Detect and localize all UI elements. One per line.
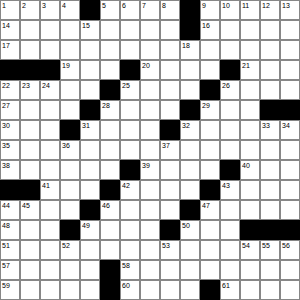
clue-number: 51 (2, 241, 10, 250)
grid-cell[interactable] (160, 180, 180, 200)
grid-cell[interactable]: 6 (120, 0, 140, 20)
grid-cell[interactable] (280, 20, 300, 40)
grid-cell[interactable]: 33 (260, 120, 280, 140)
clue-number: 1 (2, 1, 6, 10)
black-cell (80, 100, 100, 120)
grid-cell[interactable] (20, 40, 40, 60)
clue-number: 22 (2, 81, 10, 90)
clue-number: 34 (282, 121, 290, 130)
grid-cell[interactable]: 31 (80, 120, 100, 140)
black-cell (220, 160, 240, 180)
grid-cell[interactable]: 39 (140, 160, 160, 180)
grid-cell[interactable] (240, 120, 260, 140)
grid-cell[interactable] (20, 140, 40, 160)
clue-number: 43 (222, 181, 230, 190)
grid-cell[interactable] (60, 80, 80, 100)
grid-cell[interactable] (280, 260, 300, 280)
clue-number: 8 (162, 1, 166, 10)
grid-cell[interactable] (260, 280, 280, 300)
clue-number: 20 (142, 61, 150, 70)
grid-cell[interactable] (280, 180, 300, 200)
grid-cell[interactable] (40, 200, 60, 220)
clue-number: 24 (42, 81, 50, 90)
grid-cell[interactable] (40, 260, 60, 280)
grid-cell[interactable]: 21 (240, 60, 260, 80)
grid-cell[interactable] (220, 140, 240, 160)
grid-cell[interactable] (220, 120, 240, 140)
grid-cell[interactable] (120, 140, 140, 160)
grid-cell[interactable] (40, 240, 60, 260)
clue-number: 16 (202, 21, 210, 30)
clue-number: 36 (62, 141, 70, 150)
grid-cell[interactable]: 7 (140, 0, 160, 20)
grid-cell[interactable] (120, 20, 140, 40)
grid-cell[interactable] (40, 40, 60, 60)
black-cell (220, 60, 240, 80)
grid-cell[interactable] (280, 140, 300, 160)
grid-cell[interactable] (20, 260, 40, 280)
grid-cell[interactable] (180, 180, 200, 200)
grid-cell[interactable] (240, 180, 260, 200)
grid-cell[interactable] (20, 240, 40, 260)
grid-cell[interactable]: 8 (160, 0, 180, 20)
clue-number: 2 (22, 1, 26, 10)
grid-cell[interactable] (120, 120, 140, 140)
grid-cell[interactable] (180, 240, 200, 260)
clue-number: 11 (242, 1, 249, 10)
grid-cell[interactable]: 41 (40, 180, 60, 200)
grid-cell[interactable]: 56 (280, 240, 300, 260)
grid-cell[interactable] (80, 180, 100, 200)
grid-cell[interactable]: 11 (240, 0, 260, 20)
black-cell (280, 220, 300, 240)
grid-cell[interactable]: 9 (200, 0, 220, 20)
grid-cell[interactable] (20, 280, 40, 300)
grid-cell[interactable]: 14 (0, 20, 20, 40)
grid-cell[interactable] (80, 240, 100, 260)
grid-cell[interactable] (200, 120, 220, 140)
black-cell (200, 180, 220, 200)
clue-number: 40 (242, 161, 250, 170)
grid-cell[interactable] (40, 20, 60, 40)
clue-number: 26 (222, 81, 230, 90)
clue-number: 50 (182, 221, 190, 230)
grid-cell[interactable] (220, 100, 240, 120)
black-cell (100, 80, 120, 100)
clue-number: 54 (242, 241, 250, 250)
grid-cell[interactable] (100, 240, 120, 260)
clue-number: 19 (62, 61, 70, 70)
clue-number: 42 (122, 181, 130, 190)
clue-number: 30 (2, 121, 10, 130)
grid-cell[interactable]: 48 (0, 220, 20, 240)
clue-number: 38 (2, 161, 10, 170)
grid-cell[interactable] (280, 280, 300, 300)
black-cell (60, 220, 80, 240)
grid-cell[interactable] (20, 160, 40, 180)
grid-cell[interactable]: 29 (200, 100, 220, 120)
grid-cell[interactable]: 15 (80, 20, 100, 40)
grid-cell[interactable] (220, 20, 240, 40)
grid-cell[interactable] (240, 140, 260, 160)
grid-cell[interactable] (180, 60, 200, 80)
grid-cell[interactable] (260, 200, 280, 220)
clue-number: 5 (102, 1, 106, 10)
grid-cell[interactable] (220, 260, 240, 280)
grid-cell[interactable]: 47 (200, 200, 220, 220)
grid-cell[interactable] (200, 40, 220, 60)
grid-cell[interactable] (120, 220, 140, 240)
grid-cell[interactable] (160, 60, 180, 80)
clue-number: 55 (262, 241, 270, 250)
black-cell (200, 280, 220, 300)
grid-cell[interactable] (200, 220, 220, 240)
grid-cell[interactable] (160, 40, 180, 60)
grid-cell[interactable] (100, 220, 120, 240)
black-cell (160, 120, 180, 140)
black-cell (0, 180, 20, 200)
clue-number: 33 (262, 121, 270, 130)
grid-cell[interactable]: 26 (220, 80, 240, 100)
grid-cell[interactable]: 5 (100, 0, 120, 20)
grid-cell[interactable]: 40 (240, 160, 260, 180)
clue-number: 10 (222, 1, 230, 10)
black-cell (260, 100, 280, 120)
grid-cell[interactable] (140, 280, 160, 300)
grid-cell[interactable] (160, 260, 180, 280)
grid-cell[interactable] (240, 200, 260, 220)
grid-cell[interactable] (80, 60, 100, 80)
grid-cell[interactable] (140, 180, 160, 200)
clue-number: 32 (182, 121, 190, 130)
grid-cell[interactable]: 35 (0, 140, 20, 160)
clue-number: 61 (222, 281, 230, 290)
grid-cell[interactable]: 13 (280, 0, 300, 20)
grid-cell[interactable] (220, 220, 240, 240)
grid-cell[interactable] (80, 140, 100, 160)
clue-number: 4 (62, 1, 66, 10)
grid-cell[interactable] (200, 60, 220, 80)
grid-cell[interactable] (240, 40, 260, 60)
grid-cell[interactable] (40, 100, 60, 120)
grid-cell[interactable] (40, 120, 60, 140)
grid-cell[interactable]: 24 (40, 80, 60, 100)
grid-cell[interactable]: 22 (0, 80, 20, 100)
grid-cell[interactable]: 52 (60, 240, 80, 260)
clue-number: 41 (42, 181, 50, 190)
crossword-grid: 1234567891011121314151617181920212223242… (0, 0, 300, 300)
black-cell (120, 160, 140, 180)
black-cell (180, 200, 200, 220)
grid-cell[interactable] (120, 240, 140, 260)
grid-cell[interactable] (100, 120, 120, 140)
grid-cell[interactable]: 4 (60, 0, 80, 20)
grid-cell[interactable] (100, 60, 120, 80)
grid-cell[interactable]: 16 (200, 20, 220, 40)
grid-cell[interactable] (260, 20, 280, 40)
grid-cell[interactable] (160, 80, 180, 100)
clue-number: 44 (2, 201, 10, 210)
grid-cell[interactable]: 25 (120, 80, 140, 100)
grid-cell[interactable]: 3 (40, 0, 60, 20)
clue-number: 56 (282, 241, 290, 250)
black-cell (120, 60, 140, 80)
clue-number: 45 (22, 201, 30, 210)
grid-cell[interactable]: 2 (20, 0, 40, 20)
clue-number: 23 (22, 81, 30, 90)
clue-number: 49 (82, 221, 90, 230)
grid-cell[interactable] (160, 20, 180, 40)
grid-cell[interactable] (200, 160, 220, 180)
grid-cell[interactable] (20, 20, 40, 40)
grid-cell[interactable] (220, 200, 240, 220)
grid-cell[interactable] (240, 100, 260, 120)
grid-cell[interactable]: 1 (0, 0, 20, 20)
grid-cell[interactable]: 37 (160, 140, 180, 160)
grid-cell[interactable] (180, 140, 200, 160)
grid-cell[interactable] (60, 180, 80, 200)
clue-number: 17 (2, 41, 10, 50)
grid-cell[interactable] (160, 160, 180, 180)
grid-cell[interactable]: 61 (220, 280, 240, 300)
grid-cell[interactable] (220, 240, 240, 260)
grid-cell[interactable]: 32 (180, 120, 200, 140)
grid-cell[interactable] (140, 40, 160, 60)
grid-cell[interactable]: 20 (140, 60, 160, 80)
black-cell (180, 100, 200, 120)
black-cell (40, 60, 60, 80)
clue-number: 7 (142, 1, 146, 10)
grid-cell[interactable]: 44 (0, 200, 20, 220)
grid-cell[interactable] (280, 200, 300, 220)
clue-number: 21 (242, 61, 250, 70)
black-cell (80, 0, 100, 20)
grid-cell[interactable] (100, 20, 120, 40)
black-cell (0, 60, 20, 80)
grid-cell[interactable]: 45 (20, 200, 40, 220)
grid-cell[interactable] (140, 140, 160, 160)
grid-cell[interactable] (140, 20, 160, 40)
grid-cell[interactable] (260, 160, 280, 180)
clue-number: 25 (122, 81, 130, 90)
clue-number: 18 (182, 41, 190, 50)
grid-cell[interactable]: 54 (240, 240, 260, 260)
black-cell (20, 180, 40, 200)
black-cell (240, 220, 260, 240)
clue-number: 15 (82, 21, 90, 30)
grid-cell[interactable] (200, 240, 220, 260)
grid-cell[interactable] (60, 100, 80, 120)
grid-cell[interactable] (60, 20, 80, 40)
grid-cell[interactable] (240, 280, 260, 300)
grid-cell[interactable] (160, 100, 180, 120)
grid-cell[interactable] (200, 260, 220, 280)
grid-cell[interactable]: 43 (220, 180, 240, 200)
grid-cell[interactable]: 34 (280, 120, 300, 140)
grid-cell[interactable] (120, 200, 140, 220)
grid-cell[interactable]: 27 (0, 100, 20, 120)
clue-number: 6 (122, 1, 126, 10)
clue-number: 58 (122, 261, 130, 270)
grid-cell[interactable] (60, 160, 80, 180)
black-cell (80, 200, 100, 220)
clue-number: 48 (2, 221, 10, 230)
black-cell (280, 100, 300, 120)
grid-cell[interactable]: 38 (0, 160, 20, 180)
grid-cell[interactable] (60, 40, 80, 60)
grid-cell[interactable]: 12 (260, 0, 280, 20)
grid-cell[interactable] (40, 220, 60, 240)
clue-number: 57 (2, 261, 10, 270)
clue-number: 12 (262, 1, 270, 10)
clue-number: 46 (102, 201, 110, 210)
grid-cell[interactable] (140, 220, 160, 240)
black-cell (100, 260, 120, 280)
grid-cell[interactable]: 60 (120, 280, 140, 300)
grid-cell[interactable] (100, 40, 120, 60)
grid-cell[interactable] (240, 80, 260, 100)
grid-cell[interactable] (280, 160, 300, 180)
grid-cell[interactable] (60, 280, 80, 300)
clue-number: 27 (2, 101, 10, 110)
black-cell (60, 120, 80, 140)
black-cell (100, 280, 120, 300)
grid-cell[interactable]: 36 (60, 140, 80, 160)
grid-cell[interactable] (180, 260, 200, 280)
clue-number: 35 (2, 141, 10, 150)
clue-number: 9 (202, 1, 206, 10)
grid-cell[interactable]: 30 (0, 120, 20, 140)
black-cell (100, 180, 120, 200)
grid-cell[interactable]: 58 (120, 260, 140, 280)
black-cell (180, 20, 200, 40)
grid-cell[interactable]: 46 (100, 200, 120, 220)
grid-cell[interactable] (40, 140, 60, 160)
grid-cell[interactable] (200, 140, 220, 160)
black-cell (160, 220, 180, 240)
clue-number: 14 (2, 21, 10, 30)
clue-number: 13 (282, 1, 290, 10)
grid-cell[interactable] (80, 260, 100, 280)
grid-cell[interactable] (220, 40, 240, 60)
clue-number: 3 (42, 1, 46, 10)
grid-cell[interactable] (180, 280, 200, 300)
clue-number: 37 (162, 141, 170, 150)
grid-cell[interactable] (260, 260, 280, 280)
grid-cell[interactable] (260, 60, 280, 80)
grid-cell[interactable]: 51 (0, 240, 20, 260)
grid-cell[interactable] (140, 200, 160, 220)
grid-cell[interactable] (280, 40, 300, 60)
grid-cell[interactable]: 19 (60, 60, 80, 80)
grid-cell[interactable] (80, 160, 100, 180)
grid-cell[interactable]: 49 (80, 220, 100, 240)
clue-number: 29 (202, 101, 210, 110)
grid-cell[interactable] (260, 140, 280, 160)
grid-cell[interactable]: 53 (160, 240, 180, 260)
grid-cell[interactable] (260, 180, 280, 200)
grid-cell[interactable] (60, 200, 80, 220)
grid-cell[interactable] (80, 80, 100, 100)
clue-number: 52 (62, 241, 70, 250)
clue-number: 47 (202, 201, 210, 210)
grid-cell[interactable]: 23 (20, 80, 40, 100)
grid-cell[interactable] (260, 40, 280, 60)
grid-cell[interactable] (240, 20, 260, 40)
grid-cell[interactable] (60, 260, 80, 280)
black-cell (180, 0, 200, 20)
clue-number: 28 (102, 101, 110, 110)
grid-cell[interactable] (20, 220, 40, 240)
grid-cell[interactable] (280, 80, 300, 100)
black-cell (20, 60, 40, 80)
grid-cell[interactable] (100, 140, 120, 160)
grid-cell[interactable] (140, 120, 160, 140)
grid-cell[interactable]: 57 (0, 260, 20, 280)
grid-cell[interactable] (80, 40, 100, 60)
grid-cell[interactable] (120, 100, 140, 120)
clue-number: 60 (122, 281, 130, 290)
grid-cell[interactable]: 28 (100, 100, 120, 120)
grid-cell[interactable] (80, 280, 100, 300)
grid-cell[interactable] (140, 100, 160, 120)
clue-number: 39 (142, 161, 150, 170)
grid-cell[interactable]: 42 (120, 180, 140, 200)
grid-cell[interactable] (280, 60, 300, 80)
grid-cell[interactable]: 59 (0, 280, 20, 300)
grid-cell[interactable] (180, 160, 200, 180)
grid-cell[interactable] (180, 80, 200, 100)
grid-cell[interactable] (120, 40, 140, 60)
grid-cell[interactable] (20, 120, 40, 140)
grid-cell[interactable] (140, 240, 160, 260)
grid-cell[interactable]: 55 (260, 240, 280, 260)
grid-cell[interactable]: 17 (0, 40, 20, 60)
grid-cell[interactable]: 10 (220, 0, 240, 20)
black-cell (200, 80, 220, 100)
grid-cell[interactable] (40, 160, 60, 180)
clue-number: 59 (2, 281, 10, 290)
clue-number: 53 (162, 241, 170, 250)
grid-cell[interactable] (160, 280, 180, 300)
clue-number: 31 (82, 121, 90, 130)
black-cell (260, 220, 280, 240)
grid-cell[interactable] (160, 200, 180, 220)
grid-cell[interactable] (140, 260, 160, 280)
grid-cell[interactable] (140, 80, 160, 100)
grid-cell[interactable] (100, 160, 120, 180)
grid-cell[interactable]: 50 (180, 220, 200, 240)
grid-cell[interactable] (240, 260, 260, 280)
grid-cell[interactable] (20, 100, 40, 120)
grid-cell[interactable] (40, 280, 60, 300)
grid-cell[interactable] (260, 80, 280, 100)
grid-cell[interactable]: 18 (180, 40, 200, 60)
